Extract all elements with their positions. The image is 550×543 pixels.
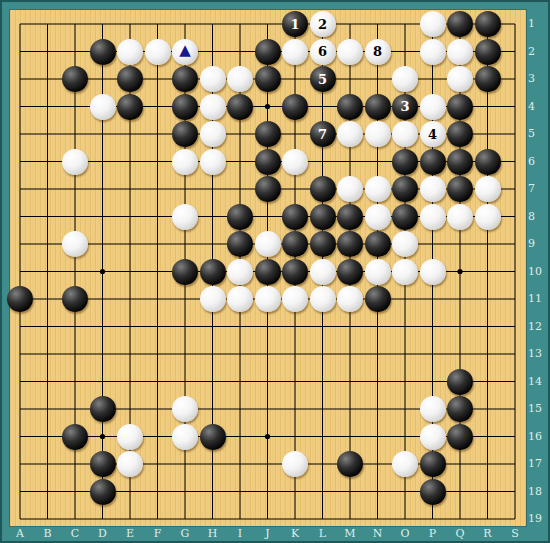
stone-G2[interactable]: ▲	[172, 39, 198, 65]
stone-M2[interactable]	[337, 39, 363, 65]
stone-H16[interactable]	[200, 424, 226, 450]
stone-O10[interactable]	[392, 259, 418, 285]
column-label-N: N	[368, 527, 388, 540]
triangle-marker-icon: ▲	[179, 43, 191, 58]
stone-M7[interactable]	[337, 176, 363, 202]
stone-O17[interactable]	[392, 451, 418, 477]
row-label-10: 10	[528, 265, 550, 278]
stone-J2[interactable]	[255, 39, 281, 65]
star-point	[457, 269, 462, 274]
stone-P1[interactable]	[420, 11, 446, 37]
stone-P17[interactable]	[420, 451, 446, 477]
stone-N8[interactable]	[365, 204, 391, 230]
stone-P4[interactable]	[420, 94, 446, 120]
column-label-B: B	[38, 527, 58, 540]
column-label-H: H	[203, 527, 223, 540]
column-label-C: C	[65, 527, 85, 540]
stone-M11[interactable]	[337, 286, 363, 312]
row-label-8: 8	[528, 210, 550, 223]
row-label-5: 5	[528, 127, 550, 140]
stone-L2[interactable]: 6	[310, 39, 336, 65]
stone-Q1[interactable]	[447, 11, 473, 37]
row-label-9: 9	[528, 237, 550, 250]
stone-J9[interactable]	[255, 231, 281, 257]
stone-L7[interactable]	[310, 176, 336, 202]
row-label-17: 17	[528, 457, 550, 470]
row-label-1: 1	[528, 17, 550, 30]
stone-D2[interactable]	[90, 39, 116, 65]
stone-K9[interactable]	[282, 231, 308, 257]
column-label-M: M	[340, 527, 360, 540]
row-label-16: 16	[528, 430, 550, 443]
stone-M9[interactable]	[337, 231, 363, 257]
stone-L11[interactable]	[310, 286, 336, 312]
stone-J3[interactable]	[255, 66, 281, 92]
row-label-15: 15	[528, 402, 550, 415]
stone-H11[interactable]	[200, 286, 226, 312]
column-label-F: F	[148, 527, 168, 540]
column-label-J: J	[258, 527, 278, 540]
star-point	[265, 104, 270, 109]
row-label-6: 6	[528, 155, 550, 168]
move-number-label: 1	[290, 18, 299, 31]
stone-E2[interactable]	[117, 39, 143, 65]
stone-K10[interactable]	[282, 259, 308, 285]
stone-D18[interactable]	[90, 479, 116, 505]
row-label-18: 18	[528, 485, 550, 498]
row-label-4: 4	[528, 100, 550, 113]
stone-O3[interactable]	[392, 66, 418, 92]
stone-Q3[interactable]	[447, 66, 473, 92]
stone-O5[interactable]	[392, 121, 418, 147]
stone-G4[interactable]	[172, 94, 198, 120]
row-label-2: 2	[528, 45, 550, 58]
stone-P2[interactable]	[420, 39, 446, 65]
stone-L3[interactable]: 5	[310, 66, 336, 92]
stone-Q5[interactable]	[447, 121, 473, 147]
move-number-label: 2	[318, 18, 327, 31]
stone-G8[interactable]	[172, 204, 198, 230]
stone-Q15[interactable]	[447, 396, 473, 422]
stone-O6[interactable]	[392, 149, 418, 175]
stone-P10[interactable]	[420, 259, 446, 285]
column-label-A: A	[10, 527, 30, 540]
move-number-label: 6	[318, 45, 327, 58]
move-number-label: 7	[318, 128, 327, 141]
stone-Q2[interactable]	[447, 39, 473, 65]
column-label-D: D	[93, 527, 113, 540]
stone-O8[interactable]	[392, 204, 418, 230]
stone-N11[interactable]	[365, 286, 391, 312]
stone-K4[interactable]	[282, 94, 308, 120]
stone-L1[interactable]: 2	[310, 11, 336, 37]
stone-H5[interactable]	[200, 121, 226, 147]
stone-L8[interactable]	[310, 204, 336, 230]
column-label-Q: Q	[450, 527, 470, 540]
row-label-12: 12	[528, 320, 550, 333]
stone-Q16[interactable]	[447, 424, 473, 450]
stone-C3[interactable]	[62, 66, 88, 92]
stone-I4[interactable]	[227, 94, 253, 120]
row-label-14: 14	[528, 375, 550, 388]
stone-J11[interactable]	[255, 286, 281, 312]
stone-G10[interactable]	[172, 259, 198, 285]
stone-D17[interactable]	[90, 451, 116, 477]
move-number-label: 8	[373, 45, 382, 58]
stone-A11[interactable]	[7, 286, 33, 312]
stone-O4[interactable]: 3	[392, 94, 418, 120]
column-label-K: K	[285, 527, 305, 540]
stone-J5[interactable]	[255, 121, 281, 147]
stone-J10[interactable]	[255, 259, 281, 285]
stone-M5[interactable]	[337, 121, 363, 147]
stone-Q8[interactable]	[447, 204, 473, 230]
stone-K17[interactable]	[282, 451, 308, 477]
stone-E16[interactable]	[117, 424, 143, 450]
stone-L5[interactable]: 7	[310, 121, 336, 147]
stone-G16[interactable]	[172, 424, 198, 450]
stone-R2[interactable]	[475, 39, 501, 65]
stone-L9[interactable]	[310, 231, 336, 257]
stone-O7[interactable]	[392, 176, 418, 202]
stone-H6[interactable]	[200, 149, 226, 175]
stone-I11[interactable]	[227, 286, 253, 312]
stone-Q4[interactable]	[447, 94, 473, 120]
stone-M8[interactable]	[337, 204, 363, 230]
stone-J6[interactable]	[255, 149, 281, 175]
stone-R8[interactable]	[475, 204, 501, 230]
star-point	[100, 269, 105, 274]
stone-P18[interactable]	[420, 479, 446, 505]
column-label-O: O	[395, 527, 415, 540]
move-number-label: 4	[428, 128, 437, 141]
stone-G3[interactable]	[172, 66, 198, 92]
stone-M17[interactable]	[337, 451, 363, 477]
stone-I9[interactable]	[227, 231, 253, 257]
star-point	[100, 434, 105, 439]
stone-N4[interactable]	[365, 94, 391, 120]
go-board[interactable]: 12▲685374	[10, 10, 526, 526]
column-label-G: G	[175, 527, 195, 540]
stone-G6[interactable]	[172, 149, 198, 175]
stone-Q6[interactable]	[447, 149, 473, 175]
stone-C9[interactable]	[62, 231, 88, 257]
stone-K6[interactable]	[282, 149, 308, 175]
stone-H3[interactable]	[200, 66, 226, 92]
stone-K8[interactable]	[282, 204, 308, 230]
stone-Q14[interactable]	[447, 369, 473, 395]
stone-N9[interactable]	[365, 231, 391, 257]
stone-G15[interactable]	[172, 396, 198, 422]
row-label-7: 7	[528, 182, 550, 195]
stone-R6[interactable]	[475, 149, 501, 175]
stone-P7[interactable]	[420, 176, 446, 202]
row-label-13: 13	[528, 347, 550, 360]
row-label-11: 11	[528, 292, 550, 305]
move-number-label: 3	[400, 100, 409, 113]
stone-P8[interactable]	[420, 204, 446, 230]
stone-K2[interactable]	[282, 39, 308, 65]
stone-P6[interactable]	[420, 149, 446, 175]
stone-M10[interactable]	[337, 259, 363, 285]
stone-N7[interactable]	[365, 176, 391, 202]
stone-C11[interactable]	[62, 286, 88, 312]
stone-P15[interactable]	[420, 396, 446, 422]
column-label-R: R	[478, 527, 498, 540]
stone-F2[interactable]	[145, 39, 171, 65]
go-diagram-frame: 12▲685374 ABCDEFGHIJKLMNOPQRS12345678910…	[0, 0, 550, 543]
stone-N2[interactable]: 8	[365, 39, 391, 65]
stone-R7[interactable]	[475, 176, 501, 202]
stone-K11[interactable]	[282, 286, 308, 312]
stone-E3[interactable]	[117, 66, 143, 92]
stone-G5[interactable]	[172, 121, 198, 147]
stone-I3[interactable]	[227, 66, 253, 92]
stone-N5[interactable]	[365, 121, 391, 147]
stone-D15[interactable]	[90, 396, 116, 422]
move-number-label: 5	[318, 73, 327, 86]
stone-J7[interactable]	[255, 176, 281, 202]
stone-I8[interactable]	[227, 204, 253, 230]
stone-K1[interactable]: 1	[282, 11, 308, 37]
stone-C6[interactable]	[62, 149, 88, 175]
stone-H10[interactable]	[200, 259, 226, 285]
stone-D4[interactable]	[90, 94, 116, 120]
stone-H4[interactable]	[200, 94, 226, 120]
stone-E17[interactable]	[117, 451, 143, 477]
stone-O9[interactable]	[392, 231, 418, 257]
row-label-19: 19	[528, 512, 550, 525]
column-label-I: I	[230, 527, 250, 540]
stone-N10[interactable]	[365, 259, 391, 285]
stone-R1[interactable]	[475, 11, 501, 37]
stone-P16[interactable]	[420, 424, 446, 450]
row-label-3: 3	[528, 72, 550, 85]
stone-L10[interactable]	[310, 259, 336, 285]
stone-Q7[interactable]	[447, 176, 473, 202]
column-label-P: P	[423, 527, 443, 540]
stone-C16[interactable]	[62, 424, 88, 450]
stone-I10[interactable]	[227, 259, 253, 285]
column-label-S: S	[505, 527, 525, 540]
column-label-L: L	[313, 527, 333, 540]
stone-M4[interactable]	[337, 94, 363, 120]
stone-R3[interactable]	[475, 66, 501, 92]
stone-P5[interactable]: 4	[420, 121, 446, 147]
star-point	[265, 434, 270, 439]
stone-E4[interactable]	[117, 94, 143, 120]
column-label-E: E	[120, 527, 140, 540]
